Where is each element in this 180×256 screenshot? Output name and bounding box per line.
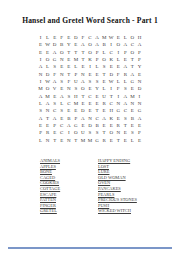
- grid-cell[interactable]: E: [37, 49, 44, 56]
- grid-cell[interactable]: N: [65, 85, 72, 92]
- grid-cell[interactable]: H: [72, 93, 79, 100]
- grid-cell[interactable]: E: [65, 34, 72, 41]
- grid-cell[interactable]: D: [44, 71, 51, 78]
- grid-cell[interactable]: A: [65, 122, 72, 129]
- grid-cell[interactable]: E: [58, 63, 65, 70]
- grid-cell[interactable]: O: [115, 41, 122, 48]
- grid-cell[interactable]: R: [44, 129, 51, 136]
- grid-cell[interactable]: W: [108, 78, 115, 85]
- grid-cell[interactable]: I: [136, 93, 143, 100]
- grid-cell[interactable]: N: [115, 100, 122, 107]
- grid-cell[interactable]: I: [115, 93, 122, 100]
- grid-cell[interactable]: C: [58, 129, 65, 136]
- grid-cell[interactable]: K: [108, 56, 115, 63]
- grid-cell[interactable]: E: [37, 41, 44, 48]
- grid-cell[interactable]: M: [79, 137, 86, 144]
- grid-cell[interactable]: L: [37, 100, 44, 107]
- grid-cell[interactable]: K: [108, 115, 115, 122]
- grid-cell[interactable]: L: [129, 137, 136, 144]
- grid-cell[interactable]: W: [44, 41, 51, 48]
- grid-cell[interactable]: E: [65, 107, 72, 114]
- grid-cell[interactable]: M: [129, 93, 136, 100]
- grid-cell[interactable]: P: [136, 49, 143, 56]
- grid-cell[interactable]: D: [86, 122, 93, 129]
- letter-grid: ILEFEDFCAMWELOHEWDBYEAOABIOACAEEAOTTTOPL…: [37, 34, 143, 144]
- grid-cell[interactable]: Y: [136, 63, 143, 70]
- grid-cell[interactable]: E: [129, 122, 136, 129]
- grid-cell[interactable]: C: [108, 49, 115, 56]
- grid-cell[interactable]: S: [51, 63, 58, 70]
- grid-cell[interactable]: C: [122, 107, 129, 114]
- grid-cell[interactable]: E: [65, 63, 72, 70]
- grid-cell[interactable]: L: [94, 63, 101, 70]
- grid-cell[interactable]: G: [115, 107, 122, 114]
- grid-cell[interactable]: E: [115, 63, 122, 70]
- grid-cell[interactable]: E: [51, 93, 58, 100]
- grid-cell[interactable]: S: [72, 85, 79, 92]
- grid-cell[interactable]: A: [136, 41, 143, 48]
- grid-cell[interactable]: E: [44, 122, 51, 129]
- grid-cell[interactable]: L: [115, 56, 122, 63]
- grid-cell[interactable]: P: [136, 129, 143, 136]
- grid-cell[interactable]: C: [108, 100, 115, 107]
- grid-cell[interactable]: O: [72, 129, 79, 136]
- grid-cell[interactable]: L: [122, 78, 129, 85]
- grid-cell[interactable]: E: [86, 85, 93, 92]
- grid-cell[interactable]: L: [122, 34, 129, 41]
- grid-cell[interactable]: I: [65, 129, 72, 136]
- grid-cell[interactable]: O: [101, 56, 108, 63]
- grid-cell[interactable]: E: [58, 85, 65, 92]
- grid-cell[interactable]: S: [37, 107, 44, 114]
- grid-cell[interactable]: P: [72, 115, 79, 122]
- grid-cell[interactable]: L: [44, 63, 51, 70]
- grid-cell[interactable]: L: [72, 63, 79, 70]
- grid-cell[interactable]: U: [101, 93, 108, 100]
- grid-cell[interactable]: N: [58, 71, 65, 78]
- grid-cell[interactable]: B: [58, 41, 65, 48]
- grid-cell[interactable]: P: [94, 49, 101, 56]
- grid-cell[interactable]: R: [101, 100, 108, 107]
- grid-cell[interactable]: S: [122, 115, 129, 122]
- grid-cell[interactable]: K: [86, 56, 93, 63]
- grid-cell[interactable]: I: [108, 41, 115, 48]
- grid-cell[interactable]: F: [65, 78, 72, 85]
- grid-cell[interactable]: E: [94, 93, 101, 100]
- grid-cell[interactable]: S: [58, 78, 65, 85]
- grid-cell[interactable]: M: [72, 56, 79, 63]
- grid-cell[interactable]: E: [129, 85, 136, 92]
- grid-cell[interactable]: E: [94, 71, 101, 78]
- grid-cell[interactable]: T: [129, 56, 136, 63]
- grid-cell[interactable]: F: [58, 34, 65, 41]
- grid-cell[interactable]: E: [51, 34, 58, 41]
- grid-cell[interactable]: A: [51, 49, 58, 56]
- grid-cell[interactable]: A: [94, 41, 101, 48]
- grid-cell[interactable]: N: [44, 107, 51, 114]
- grid-cell[interactable]: P: [72, 71, 79, 78]
- grid-cell[interactable]: O: [79, 85, 86, 92]
- grid-cell[interactable]: S: [51, 100, 58, 107]
- grid-cell[interactable]: E: [115, 115, 122, 122]
- grid-cell[interactable]: P: [136, 56, 143, 63]
- grid-cell[interactable]: A: [94, 34, 101, 41]
- grid-cell[interactable]: A: [79, 41, 86, 48]
- grid-cell[interactable]: E: [72, 107, 79, 114]
- grid-cell[interactable]: P: [122, 49, 129, 56]
- grid-cell[interactable]: A: [136, 115, 143, 122]
- grid-cell[interactable]: S: [122, 85, 129, 92]
- grid-cell[interactable]: N: [115, 129, 122, 136]
- word-item: WICKED WITCH: [98, 208, 160, 214]
- grid-cell[interactable]: C: [86, 93, 93, 100]
- grid-cell[interactable]: F: [115, 71, 122, 78]
- grid-cell[interactable]: H: [136, 34, 143, 41]
- grid-cell[interactable]: V: [51, 85, 58, 92]
- grid-cell[interactable]: O: [129, 49, 136, 56]
- grid-cell[interactable]: S: [58, 107, 65, 114]
- grid-cell[interactable]: M: [37, 85, 44, 92]
- grid-cell[interactable]: B: [65, 115, 72, 122]
- grid-cell[interactable]: I: [37, 56, 44, 63]
- grid-cell[interactable]: L: [44, 34, 51, 41]
- grid-cell[interactable]: G: [72, 122, 79, 129]
- grid-cell[interactable]: L: [101, 85, 108, 92]
- grid-cell[interactable]: T: [122, 122, 129, 129]
- grid-cell[interactable]: B: [101, 41, 108, 48]
- grid-cell[interactable]: E: [65, 56, 72, 63]
- grid-cell[interactable]: Y: [94, 85, 101, 92]
- grid-cell[interactable]: T: [108, 93, 115, 100]
- grid-cell[interactable]: L: [37, 137, 44, 144]
- grid-cell[interactable]: E: [86, 107, 93, 114]
- grid-cell[interactable]: W: [44, 78, 51, 85]
- grid-cell[interactable]: S: [86, 78, 93, 85]
- grid-cell[interactable]: A: [101, 115, 108, 122]
- grid-cell[interactable]: E: [115, 34, 122, 41]
- grid-cell[interactable]: L: [101, 49, 108, 56]
- grid-cell[interactable]: I: [37, 34, 44, 41]
- grid-cell[interactable]: T: [129, 63, 136, 70]
- grid-cell[interactable]: T: [115, 137, 122, 144]
- grid-cell[interactable]: O: [44, 56, 51, 63]
- grid-cell[interactable]: A: [37, 93, 44, 100]
- grid-cell[interactable]: D: [136, 85, 143, 92]
- grid-cell[interactable]: N: [136, 78, 143, 85]
- grid-cell[interactable]: E: [58, 115, 65, 122]
- grid-cell[interactable]: T: [79, 93, 86, 100]
- grid-cell[interactable]: C: [86, 34, 93, 41]
- grid-cell[interactable]: E: [51, 129, 58, 136]
- grid-cell[interactable]: E: [101, 107, 108, 114]
- grid-cell[interactable]: P: [51, 122, 58, 129]
- grid-cell[interactable]: S: [129, 129, 136, 136]
- grid-cell[interactable]: D: [79, 107, 86, 114]
- grid-cell[interactable]: E: [108, 63, 115, 70]
- grid-cell[interactable]: A: [51, 115, 58, 122]
- grid-cell[interactable]: G: [129, 78, 136, 85]
- grid-cell[interactable]: E: [136, 122, 143, 129]
- grid-cell[interactable]: C: [129, 41, 136, 48]
- grid-cell[interactable]: T: [65, 49, 72, 56]
- grid-cell[interactable]: A: [37, 115, 44, 122]
- grid-cell[interactable]: A: [122, 63, 129, 70]
- grid-cell[interactable]: T: [72, 49, 79, 56]
- grid-cell[interactable]: E: [86, 71, 93, 78]
- grid-cell[interactable]: A: [79, 115, 86, 122]
- grid-cell[interactable]: Y: [65, 41, 72, 48]
- grid-cell[interactable]: R: [101, 137, 108, 144]
- grid-cell[interactable]: S: [65, 93, 72, 100]
- grid-cell[interactable]: N: [37, 71, 44, 78]
- grid-cell[interactable]: T: [79, 49, 86, 56]
- grid-cell[interactable]: A: [79, 78, 86, 85]
- grid-cell[interactable]: T: [51, 137, 58, 144]
- grid-cell[interactable]: A: [44, 100, 51, 107]
- grid-cell[interactable]: O: [129, 34, 136, 41]
- grid-cell[interactable]: E: [101, 78, 108, 85]
- grid-cell[interactable]: L: [115, 78, 122, 85]
- grid-cell[interactable]: E: [136, 137, 143, 144]
- grid-cell[interactable]: O: [86, 49, 93, 56]
- grid-cell[interactable]: I: [86, 63, 93, 70]
- grid-cell[interactable]: T: [101, 129, 108, 136]
- grid-cell[interactable]: N: [65, 137, 72, 144]
- grid-cell[interactable]: T: [65, 71, 72, 78]
- grid-cell[interactable]: N: [79, 71, 86, 78]
- grid-cell[interactable]: R: [122, 71, 129, 78]
- grid-cell[interactable]: I: [37, 78, 44, 85]
- grid-cell[interactable]: E: [129, 107, 136, 114]
- grid-cell[interactable]: G: [51, 56, 58, 63]
- grid-cell[interactable]: D: [51, 41, 58, 48]
- grid-cell[interactable]: S: [101, 63, 108, 70]
- grid-cell[interactable]: M: [72, 100, 79, 107]
- grid-cell[interactable]: T: [101, 71, 108, 78]
- grid-cell[interactable]: O: [86, 41, 93, 48]
- grid-cell[interactable]: E: [101, 122, 108, 129]
- grid-cell[interactable]: F: [79, 34, 86, 41]
- grid-cell[interactable]: F: [115, 85, 122, 92]
- grid-cell[interactable]: E: [79, 63, 86, 70]
- grid-cell[interactable]: A: [58, 93, 65, 100]
- grid-cell[interactable]: E: [108, 137, 115, 144]
- grid-cell[interactable]: A: [122, 41, 129, 48]
- grid-cell[interactable]: T: [72, 137, 79, 144]
- grid-cell[interactable]: O: [44, 85, 51, 92]
- grid-cell[interactable]: F: [51, 71, 58, 78]
- grid-cell[interactable]: A: [122, 93, 129, 100]
- grid-cell[interactable]: S: [94, 129, 101, 136]
- grid-cell[interactable]: E: [94, 100, 101, 107]
- grid-cell[interactable]: E: [136, 71, 143, 78]
- grid-cell[interactable]: N: [44, 137, 51, 144]
- grid-cell[interactable]: G: [136, 107, 143, 114]
- grid-cell[interactable]: E: [122, 137, 129, 144]
- grid-cell[interactable]: T: [94, 107, 101, 114]
- grid-cell[interactable]: P: [37, 129, 44, 136]
- grid-cell[interactable]: A: [37, 63, 44, 70]
- grid-cell[interactable]: E: [79, 100, 86, 107]
- grid-cell[interactable]: D: [72, 34, 79, 41]
- grid-cell[interactable]: E: [37, 122, 44, 129]
- grid-cell[interactable]: G: [94, 137, 101, 144]
- grid-cell[interactable]: E: [44, 49, 51, 56]
- grid-cell[interactable]: S: [86, 129, 93, 136]
- grid-cell[interactable]: W: [108, 34, 115, 41]
- grid-cell[interactable]: R: [115, 122, 122, 129]
- grid-cell[interactable]: B: [94, 122, 101, 129]
- grid-cell[interactable]: C: [94, 115, 101, 122]
- grid-cell[interactable]: E: [108, 122, 115, 129]
- grid-cell[interactable]: N: [58, 56, 65, 63]
- grid-cell[interactable]: T: [79, 56, 86, 63]
- grid-cell[interactable]: N: [136, 100, 143, 107]
- word-list-column-1: ANIMALSAPPLESBONECAGEDCOOKIESCOTTAGEESCA…: [40, 158, 86, 214]
- grid-cell[interactable]: U: [72, 78, 79, 85]
- grid-cell[interactable]: I: [115, 49, 122, 56]
- grid-cell[interactable]: E: [122, 129, 129, 136]
- grid-cell[interactable]: P: [94, 56, 101, 63]
- grid-cell[interactable]: T: [44, 115, 51, 122]
- grid-cell[interactable]: E: [79, 122, 86, 129]
- grid-cell[interactable]: M: [101, 34, 108, 41]
- grid-cell[interactable]: A: [51, 78, 58, 85]
- grid-cell[interactable]: E: [72, 41, 79, 48]
- grid-cell[interactable]: N: [86, 115, 93, 122]
- grid-cell[interactable]: E: [58, 137, 65, 144]
- grid-cell[interactable]: E: [122, 56, 129, 63]
- footer-divider: [8, 247, 172, 249]
- grid-cell[interactable]: E: [86, 100, 93, 107]
- grid-cell[interactable]: I: [108, 85, 115, 92]
- grid-cell[interactable]: C: [58, 122, 65, 129]
- word-item: GRETEL: [40, 208, 86, 214]
- grid-cell[interactable]: L: [58, 100, 65, 107]
- grid-cell[interactable]: M: [44, 93, 51, 100]
- grid-cell[interactable]: O: [108, 129, 115, 136]
- grid-cell[interactable]: A: [122, 100, 129, 107]
- word-list: ANIMALSAPPLESBONECAGEDCOOKIESCOTTAGEESCA…: [40, 158, 160, 214]
- grid-cell[interactable]: M: [86, 137, 93, 144]
- page-title: Hansel and Gretel Word Search - Part 1: [0, 16, 180, 25]
- grid-cell[interactable]: B: [129, 115, 136, 122]
- grid-cell[interactable]: U: [79, 129, 86, 136]
- grid-cell[interactable]: O: [58, 49, 65, 56]
- grid-cell[interactable]: S: [94, 78, 101, 85]
- grid-cell[interactable]: C: [65, 100, 72, 107]
- grid-cell[interactable]: C: [51, 107, 58, 114]
- grid-cell[interactable]: A: [129, 71, 136, 78]
- word-list-column-2: HAPPY ENDINGLOSTLUREOLD WOMANOVENPANCAKE…: [98, 158, 160, 214]
- grid-cell[interactable]: D: [108, 71, 115, 78]
- grid-cell[interactable]: N: [129, 100, 136, 107]
- grid-cell[interactable]: H: [108, 107, 115, 114]
